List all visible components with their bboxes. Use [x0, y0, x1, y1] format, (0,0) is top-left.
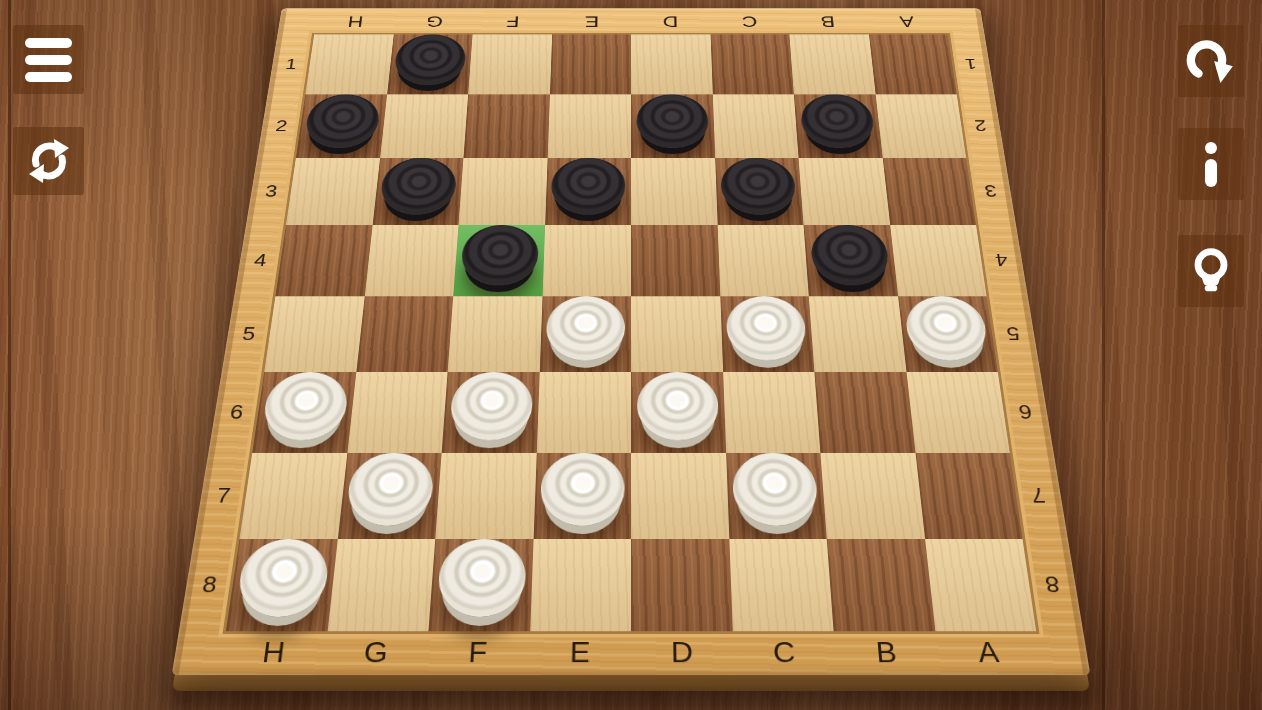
coordinate-label: B [834, 631, 940, 675]
coordinate-label: 3 [966, 158, 1016, 225]
white-checker-c5[interactable] [726, 296, 808, 360]
black-checker-c3[interactable] [720, 158, 797, 215]
info-button[interactable] [1178, 128, 1244, 200]
coordinate-label: B [787, 8, 868, 34]
hint-button[interactable] [1178, 235, 1244, 307]
black-checker-e3[interactable] [551, 158, 626, 215]
square-b5[interactable] [809, 296, 906, 372]
square-e3[interactable] [545, 158, 631, 225]
square-e1[interactable] [550, 34, 631, 94]
square-g3[interactable] [372, 158, 463, 225]
square-c5[interactable] [720, 296, 815, 372]
white-checker-e7[interactable] [540, 453, 625, 526]
coordinate-label: A [866, 8, 948, 34]
square-c4[interactable] [717, 225, 809, 296]
coordinate-label: H [314, 8, 396, 34]
square-g7[interactable] [337, 453, 441, 539]
square-d8[interactable] [631, 539, 732, 631]
square-b8[interactable] [827, 539, 935, 631]
square-f1[interactable] [468, 34, 552, 94]
coordinate-label: C [732, 631, 837, 675]
white-checker-a5[interactable] [903, 296, 990, 360]
square-b7[interactable] [820, 453, 924, 539]
black-checker-b2[interactable] [799, 94, 876, 148]
square-c7[interactable] [726, 453, 827, 539]
file-labels-bottom: HGFEDCBA [219, 631, 1042, 675]
square-f4[interactable] [453, 225, 545, 296]
black-checker-f4[interactable] [460, 225, 539, 285]
coordinate-label: H [219, 631, 327, 675]
white-checker-c7[interactable] [732, 453, 820, 526]
square-e7[interactable] [533, 453, 631, 539]
square-d1[interactable] [631, 34, 712, 94]
square-g8[interactable] [327, 539, 435, 631]
square-a5[interactable] [898, 296, 998, 372]
square-f8[interactable] [428, 539, 533, 631]
redo-arrow-icon [1186, 36, 1236, 86]
white-checker-e5[interactable] [546, 296, 626, 360]
square-h6[interactable] [252, 372, 356, 453]
square-d2[interactable] [631, 94, 715, 157]
square-h2[interactable] [296, 94, 387, 157]
square-h5[interactable] [264, 296, 364, 372]
square-f7[interactable] [435, 453, 536, 539]
hamburger-icon [25, 38, 72, 48]
square-c1[interactable] [710, 34, 794, 94]
white-checker-d6[interactable] [637, 372, 719, 440]
lightbulb-icon [1186, 246, 1236, 296]
square-a4[interactable] [890, 225, 987, 296]
info-icon [1205, 142, 1217, 154]
square-f5[interactable] [448, 296, 543, 372]
square-g2[interactable] [380, 94, 468, 157]
square-f2[interactable] [463, 94, 549, 157]
square-a1[interactable] [869, 34, 957, 94]
square-a3[interactable] [882, 158, 976, 225]
square-e6[interactable] [536, 372, 631, 453]
square-a7[interactable] [915, 453, 1022, 539]
square-g1[interactable] [387, 34, 473, 94]
coordinate-label: 1 [948, 34, 995, 94]
coordinate-label: D [631, 8, 710, 34]
coordinate-label: C [709, 8, 789, 34]
white-checker-g7[interactable] [345, 453, 435, 526]
square-h7[interactable] [239, 453, 346, 539]
restart-button[interactable] [13, 127, 84, 195]
coordinate-label: 2 [957, 94, 1005, 157]
coordinate-label: E [528, 631, 631, 675]
game-table: HGFEDCBA HGFEDCBA 12345678 12345678 [0, 0, 1262, 710]
sync-arrows-icon [25, 137, 73, 185]
square-g5[interactable] [356, 296, 453, 372]
white-checker-h8[interactable] [235, 539, 331, 617]
square-a8[interactable] [925, 539, 1037, 631]
black-checker-b4[interactable] [809, 225, 891, 285]
square-h3[interactable] [286, 158, 380, 225]
square-d5[interactable] [631, 296, 723, 372]
square-h1[interactable] [305, 34, 393, 94]
coordinate-label: A [935, 631, 1043, 675]
square-g6[interactable] [347, 372, 448, 453]
square-d4[interactable] [631, 225, 720, 296]
white-checker-f8[interactable] [436, 539, 527, 617]
coordinate-label: E [552, 8, 631, 34]
black-checker-g1[interactable] [393, 34, 467, 85]
square-b4[interactable] [804, 225, 898, 296]
black-checker-d2[interactable] [636, 94, 709, 148]
square-f3[interactable] [458, 158, 547, 225]
white-checker-h6[interactable] [260, 372, 350, 440]
square-e4[interactable] [542, 225, 631, 296]
white-checker-f6[interactable] [449, 372, 534, 440]
coordinate-label: D [631, 631, 734, 675]
undo-button[interactable] [1178, 25, 1244, 97]
black-checker-h2[interactable] [303, 94, 382, 148]
checkers-board: HGFEDCBA HGFEDCBA 12345678 12345678 [169, 8, 1093, 691]
square-c3[interactable] [715, 158, 804, 225]
board-grid [226, 34, 1036, 631]
square-h4[interactable] [275, 225, 372, 296]
black-checker-g3[interactable] [379, 158, 458, 215]
menu-button[interactable] [13, 25, 84, 94]
file-labels-top: HGFEDCBA [314, 8, 948, 34]
square-c6[interactable] [723, 372, 821, 453]
square-b6[interactable] [814, 372, 915, 453]
square-a2[interactable] [875, 94, 966, 157]
square-d7[interactable] [631, 453, 729, 539]
square-d3[interactable] [631, 158, 717, 225]
coordinate-label: G [393, 8, 474, 34]
square-g4[interactable] [364, 225, 458, 296]
square-c2[interactable] [712, 94, 798, 157]
square-h8[interactable] [226, 539, 338, 631]
square-e2[interactable] [547, 94, 631, 157]
square-a6[interactable] [906, 372, 1010, 453]
square-e8[interactable] [530, 539, 631, 631]
coordinate-label: F [425, 631, 530, 675]
square-d6[interactable] [631, 372, 726, 453]
square-b3[interactable] [799, 158, 890, 225]
coordinate-label: G [322, 631, 428, 675]
board-front-edge [172, 672, 1090, 691]
square-b1[interactable] [789, 34, 875, 94]
square-c8[interactable] [729, 539, 834, 631]
square-f6[interactable] [442, 372, 540, 453]
square-b2[interactable] [794, 94, 882, 157]
square-e5[interactable] [539, 296, 631, 372]
coordinate-label: F [473, 8, 553, 34]
